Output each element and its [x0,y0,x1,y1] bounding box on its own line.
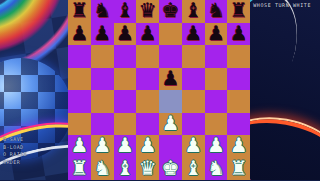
piece-black-bishop: ♝ [116,0,134,20]
square-d3[interactable] [136,113,159,136]
square-b5[interactable] [91,68,114,91]
piece-black-bishop: ♝ [184,0,202,20]
square-d7[interactable]: ♟ [136,23,159,46]
piece-white-pawn: ♟ [230,135,248,155]
piece-black-pawn: ♟ [207,23,225,43]
screen: ♜♞♝♛♚♝♞♜♟♟♟♟♟♟♟♟♟♟♟♟♟♟♟♟♜♞♝♛♚♝♞♜ WHOSE T… [0,0,320,180]
piece-black-knight: ♞ [207,0,225,20]
piece-white-pawn: ♟ [161,113,179,133]
piece-white-queen: ♛ [139,158,157,178]
piece-black-pawn: ♟ [184,23,202,43]
command-menu: G-SAVE B-LOAD O RAISE ORDER [3,136,27,166]
square-a5[interactable] [68,68,91,91]
square-a7[interactable]: ♟ [68,23,91,46]
piece-black-pawn: ♟ [161,68,179,88]
menu-line-2: B-LOAD [3,144,27,152]
square-b2[interactable]: ♟ [91,135,114,158]
square-h5[interactable] [227,68,250,91]
menu-line-4: ORDER [3,159,27,167]
turn-indicator: WHOSE TURN WHITE [253,2,311,8]
square-e7[interactable] [159,23,182,46]
square-a8[interactable]: ♜ [68,0,91,23]
square-c3[interactable] [114,113,137,136]
square-h6[interactable] [227,45,250,68]
piece-white-rook: ♜ [70,158,88,178]
square-a2[interactable]: ♟ [68,135,91,158]
square-b4[interactable] [91,90,114,113]
square-g2[interactable]: ♟ [205,135,228,158]
square-d6[interactable] [136,45,159,68]
square-g4[interactable] [205,90,228,113]
chess-board: ♜♞♝♛♚♝♞♜♟♟♟♟♟♟♟♟♟♟♟♟♟♟♟♟♜♞♝♛♚♝♞♜ [68,0,250,180]
square-d5[interactable] [136,68,159,91]
square-g3[interactable] [205,113,228,136]
square-h2[interactable]: ♟ [227,135,250,158]
square-a3[interactable] [68,113,91,136]
square-a1[interactable]: ♜ [68,158,91,181]
menu-line-3: O RAISE [3,151,27,159]
square-e3[interactable]: ♟ [159,113,182,136]
square-a6[interactable] [68,45,91,68]
square-h7[interactable]: ♟ [227,23,250,46]
square-d2[interactable]: ♟ [136,135,159,158]
square-b7[interactable]: ♟ [91,23,114,46]
square-f5[interactable] [182,68,205,91]
menu-line-1: G-SAVE [3,136,27,144]
square-c8[interactable]: ♝ [114,0,137,23]
square-c4[interactable] [114,90,137,113]
piece-white-knight: ♞ [93,158,111,178]
square-g6[interactable] [205,45,228,68]
square-h3[interactable] [227,113,250,136]
square-h4[interactable] [227,90,250,113]
square-f6[interactable] [182,45,205,68]
piece-black-pawn: ♟ [93,23,111,43]
square-d4[interactable] [136,90,159,113]
piece-white-bishop: ♝ [116,158,134,178]
square-g8[interactable]: ♞ [205,0,228,23]
square-f1[interactable]: ♝ [182,158,205,181]
piece-white-king: ♚ [161,158,179,178]
square-f7[interactable]: ♟ [182,23,205,46]
square-b1[interactable]: ♞ [91,158,114,181]
square-e8[interactable]: ♚ [159,0,182,23]
square-e2[interactable] [159,135,182,158]
square-e5[interactable]: ♟ [159,68,182,91]
square-g7[interactable]: ♟ [205,23,228,46]
square-d1[interactable]: ♛ [136,158,159,181]
piece-black-rook: ♜ [70,0,88,20]
piece-black-pawn: ♟ [116,23,134,43]
square-b6[interactable] [91,45,114,68]
piece-black-rook: ♜ [230,0,248,20]
piece-white-pawn: ♟ [207,135,225,155]
square-h8[interactable]: ♜ [227,0,250,23]
piece-white-pawn: ♟ [93,135,111,155]
square-f3[interactable] [182,113,205,136]
piece-black-queen: ♛ [139,0,157,20]
piece-white-pawn: ♟ [116,135,134,155]
piece-white-bishop: ♝ [184,158,202,178]
square-c6[interactable] [114,45,137,68]
square-h1[interactable]: ♜ [227,158,250,181]
piece-black-pawn: ♟ [230,23,248,43]
square-f4[interactable] [182,90,205,113]
square-c2[interactable]: ♟ [114,135,137,158]
piece-white-pawn: ♟ [139,135,157,155]
square-c1[interactable]: ♝ [114,158,137,181]
square-f8[interactable]: ♝ [182,0,205,23]
piece-white-rook: ♜ [230,158,248,178]
square-e1[interactable]: ♚ [159,158,182,181]
square-b3[interactable] [91,113,114,136]
piece-black-pawn: ♟ [139,23,157,43]
square-g5[interactable] [205,68,228,91]
square-f2[interactable]: ♟ [182,135,205,158]
square-c7[interactable]: ♟ [114,23,137,46]
square-g1[interactable]: ♞ [205,158,228,181]
square-e4[interactable] [159,90,182,113]
square-c5[interactable] [114,68,137,91]
piece-white-pawn: ♟ [70,135,88,155]
piece-black-knight: ♞ [93,0,111,20]
piece-white-knight: ♞ [207,158,225,178]
square-d8[interactable]: ♛ [136,0,159,23]
piece-black-pawn: ♟ [70,23,88,43]
piece-black-king: ♚ [161,0,179,20]
piece-white-pawn: ♟ [184,135,202,155]
square-b8[interactable]: ♞ [91,0,114,23]
square-e6[interactable] [159,45,182,68]
square-a4[interactable] [68,90,91,113]
